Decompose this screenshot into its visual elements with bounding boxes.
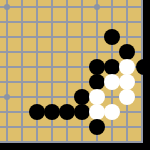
black-stone-Q2[interactable] [89, 119, 105, 135]
grid-line-horizontal [0, 36, 143, 38]
black-stone-Q5[interactable] [89, 74, 105, 90]
star-point [4, 4, 10, 10]
black-stone-O3[interactable] [59, 104, 75, 120]
grid-line-vertical [51, 0, 53, 143]
app-background [0, 0, 150, 150]
black-stone-M3[interactable] [29, 104, 45, 120]
white-stone-S5[interactable] [119, 74, 135, 90]
black-stone-P3[interactable] [74, 104, 90, 120]
black-stone-R8[interactable] [104, 29, 120, 45]
black-stone-N3[interactable] [44, 104, 60, 120]
black-stone-S7[interactable] [119, 44, 135, 60]
white-stone-Q4[interactable] [89, 89, 105, 105]
grid-line-horizontal [0, 126, 143, 128]
star-point [94, 4, 100, 10]
white-stone-Q3[interactable] [89, 104, 105, 120]
star-point [4, 94, 10, 100]
grid-line-vertical [81, 0, 83, 143]
go-board[interactable] [0, 0, 143, 143]
white-stone-R5[interactable] [104, 74, 120, 90]
white-stone-S4[interactable] [119, 89, 135, 105]
black-stone-Q6[interactable] [89, 59, 105, 75]
grid-line-horizontal [0, 141, 143, 143]
grid-line-vertical [36, 0, 38, 143]
black-stone-R6[interactable] [104, 59, 120, 75]
white-stone-R3[interactable] [104, 104, 120, 120]
grid-line-horizontal [0, 21, 143, 23]
grid-line-vertical [66, 0, 68, 143]
white-stone-S6[interactable] [119, 59, 135, 75]
black-stone-T6[interactable] [136, 59, 150, 75]
black-stone-P4[interactable] [74, 89, 90, 105]
